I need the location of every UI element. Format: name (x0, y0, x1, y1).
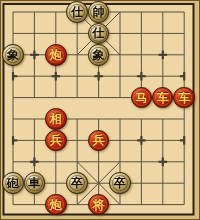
red-cannon[interactable]: 炮 (45, 44, 67, 66)
red-chariot[interactable]: 车 (173, 87, 195, 109)
piece-layer: 仕帥仕象象砲車卒卒炮马车车相兵兵炮将 (2, 1, 195, 215)
red-soldier[interactable]: 兵 (45, 130, 67, 152)
black-general[interactable]: 帥 (88, 1, 110, 23)
red-cannon[interactable]: 炮 (45, 194, 67, 216)
black-chariot[interactable]: 車 (24, 172, 46, 194)
black-soldier[interactable]: 卒 (66, 172, 88, 194)
black-advisor[interactable]: 仕 (88, 23, 110, 45)
black-soldier[interactable]: 卒 (109, 172, 131, 194)
red-elephant[interactable]: 相 (45, 108, 67, 130)
red-chariot[interactable]: 车 (152, 87, 174, 109)
black-elephant[interactable]: 象 (2, 44, 24, 66)
xiangqi-board: 仕帥仕象象砲車卒卒炮马车车相兵兵炮将 (0, 0, 200, 220)
red-soldier[interactable]: 兵 (88, 130, 110, 152)
red-horse[interactable]: 马 (131, 87, 153, 109)
black-advisor[interactable]: 仕 (66, 1, 88, 23)
red-general[interactable]: 将 (88, 194, 110, 216)
black-elephant[interactable]: 象 (88, 44, 110, 66)
black-cannon[interactable]: 砲 (2, 172, 24, 194)
